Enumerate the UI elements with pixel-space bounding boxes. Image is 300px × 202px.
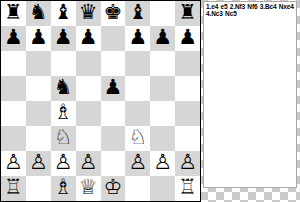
- black-pawn: ♟: [29, 27, 48, 48]
- square-a3: [1, 126, 26, 151]
- square-e1: ♔: [101, 176, 126, 201]
- black-pawn: ♟: [153, 27, 172, 48]
- white-pawn: ♙: [178, 152, 197, 173]
- square-a1: ♖: [1, 176, 26, 201]
- square-f8: ♝: [125, 1, 150, 26]
- square-b1: [26, 176, 51, 201]
- square-b4: [26, 101, 51, 126]
- square-b2: ♙: [26, 151, 51, 176]
- square-d8: ♛: [76, 1, 101, 26]
- square-f5: [125, 76, 150, 101]
- square-h2: ♙: [175, 151, 200, 176]
- square-g4: [150, 101, 175, 126]
- square-c1: ♗: [51, 176, 76, 201]
- square-f7: ♟: [125, 26, 150, 51]
- white-rook: ♖: [4, 177, 23, 198]
- transparent-image-backdrop: ♜♞♝♛♚♝♜♟♟♟♟♟♟♟♞♟♗♘♘♙♙♙♙♙♙♙♖♗♕♔♖ 1.e4 e5 …: [0, 0, 300, 202]
- black-pawn: ♟: [4, 27, 23, 48]
- square-g6: [150, 51, 175, 76]
- moves-panel: 1.e4 e5 2.Nf3 Nf6 3.Bc4 Nxe4 4.Nc3 Nc5: [203, 1, 297, 188]
- square-a4: [1, 101, 26, 126]
- white-bishop: ♗: [54, 177, 73, 198]
- square-g7: ♟: [150, 26, 175, 51]
- black-pawn: ♟: [79, 27, 98, 48]
- square-f6: [125, 51, 150, 76]
- white-pawn: ♙: [29, 152, 48, 173]
- square-a7: ♟: [1, 26, 26, 51]
- white-knight: ♘: [54, 127, 73, 148]
- square-h3: [175, 126, 200, 151]
- move-list: 1.e4 e5 2.Nf3 Nf6 3.Bc4 Nxe4 4.Nc3 Nc5: [206, 3, 294, 17]
- square-e6: [101, 51, 126, 76]
- square-h4: [175, 101, 200, 126]
- square-c3: ♘: [51, 126, 76, 151]
- square-a5: [1, 76, 26, 101]
- square-g1: [150, 176, 175, 201]
- chess-board: ♜♞♝♛♚♝♜♟♟♟♟♟♟♟♞♟♗♘♘♙♙♙♙♙♙♙♖♗♕♔♖: [0, 0, 201, 202]
- white-pawn: ♙: [79, 152, 98, 173]
- square-a6: [1, 51, 26, 76]
- square-e5: ♟: [101, 76, 126, 101]
- square-e8: ♚: [101, 1, 126, 26]
- white-king: ♔: [104, 177, 123, 198]
- square-g3: [150, 126, 175, 151]
- white-rook: ♖: [178, 177, 197, 198]
- square-d4: [76, 101, 101, 126]
- square-e3: [101, 126, 126, 151]
- white-pawn: ♙: [128, 152, 147, 173]
- black-knight: ♞: [29, 2, 48, 23]
- square-c8: ♝: [51, 1, 76, 26]
- black-queen: ♛: [79, 2, 98, 23]
- white-pawn: ♙: [4, 152, 23, 173]
- square-f4: [125, 101, 150, 126]
- square-h6: [175, 51, 200, 76]
- white-knight: ♘: [128, 127, 147, 148]
- square-c6: [51, 51, 76, 76]
- white-bishop: ♗: [54, 102, 73, 123]
- black-bishop: ♝: [54, 2, 73, 23]
- square-f2: ♙: [125, 151, 150, 176]
- square-e4: [101, 101, 126, 126]
- square-a2: ♙: [1, 151, 26, 176]
- square-d2: ♙: [76, 151, 101, 176]
- black-pawn: ♟: [54, 27, 73, 48]
- square-c7: ♟: [51, 26, 76, 51]
- square-c5: ♞: [51, 76, 76, 101]
- black-knight: ♞: [54, 77, 73, 98]
- square-b3: [26, 126, 51, 151]
- black-rook: ♜: [178, 2, 197, 23]
- square-a8: ♜: [1, 1, 26, 26]
- black-rook: ♜: [4, 2, 23, 23]
- square-g2: ♙: [150, 151, 175, 176]
- square-b5: [26, 76, 51, 101]
- square-d7: ♟: [76, 26, 101, 51]
- square-d5: [76, 76, 101, 101]
- black-pawn: ♟: [104, 77, 123, 98]
- square-d6: [76, 51, 101, 76]
- black-bishop: ♝: [128, 2, 147, 23]
- square-b6: [26, 51, 51, 76]
- square-b8: ♞: [26, 1, 51, 26]
- square-h1: ♖: [175, 176, 200, 201]
- square-d3: [76, 126, 101, 151]
- white-pawn: ♙: [153, 152, 172, 173]
- square-h7: ♟: [175, 26, 200, 51]
- square-g8: [150, 1, 175, 26]
- black-pawn: ♟: [178, 27, 197, 48]
- square-e2: [101, 151, 126, 176]
- square-d1: ♕: [76, 176, 101, 201]
- square-h5: [175, 76, 200, 101]
- black-pawn: ♟: [128, 27, 147, 48]
- square-h8: ♜: [175, 1, 200, 26]
- square-b7: ♟: [26, 26, 51, 51]
- square-e7: [101, 26, 126, 51]
- black-king: ♚: [104, 2, 123, 23]
- square-g5: [150, 76, 175, 101]
- square-c4: ♗: [51, 101, 76, 126]
- white-queen: ♕: [79, 177, 98, 198]
- white-pawn: ♙: [54, 152, 73, 173]
- square-f1: [125, 176, 150, 201]
- square-f3: ♘: [125, 126, 150, 151]
- square-c2: ♙: [51, 151, 76, 176]
